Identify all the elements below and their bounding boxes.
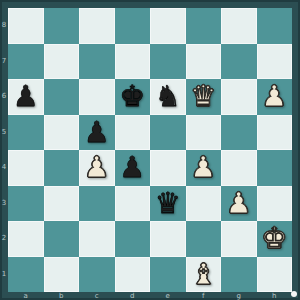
square-c5[interactable]: ♟: [79, 115, 115, 151]
square-e8[interactable]: [150, 8, 186, 44]
square-g2[interactable]: [221, 221, 257, 257]
square-c1[interactable]: [79, 257, 115, 293]
piece-white-queen[interactable]: ♛: [190, 82, 216, 111]
square-c3[interactable]: [79, 186, 115, 222]
file-label-a: a: [8, 292, 44, 300]
square-b8[interactable]: [44, 8, 80, 44]
square-b5[interactable]: [44, 115, 80, 151]
square-b6[interactable]: [44, 79, 80, 115]
square-b4[interactable]: [44, 150, 80, 186]
square-f1[interactable]: ♝: [186, 257, 222, 293]
square-a4[interactable]: [8, 150, 44, 186]
square-e7[interactable]: [150, 44, 186, 80]
square-a2[interactable]: [8, 221, 44, 257]
square-c2[interactable]: [79, 221, 115, 257]
file-label-g: g: [221, 292, 257, 300]
square-g6[interactable]: [221, 79, 257, 115]
piece-black-queen[interactable]: ♛: [155, 189, 181, 218]
square-f2[interactable]: [186, 221, 222, 257]
file-label-e: e: [150, 292, 186, 300]
chess-board: ♟♚♞♛♟♟♟♟♟♛♟♚♝: [8, 8, 292, 292]
rank-label-4: 4: [0, 150, 8, 186]
piece-white-pawn[interactable]: ♟: [190, 153, 216, 182]
square-d6[interactable]: ♚: [115, 79, 151, 115]
rank-label-8: 8: [0, 8, 8, 44]
square-c4[interactable]: ♟: [79, 150, 115, 186]
square-e5[interactable]: [150, 115, 186, 151]
square-h1[interactable]: [257, 257, 293, 293]
square-a5[interactable]: [8, 115, 44, 151]
square-d1[interactable]: [115, 257, 151, 293]
square-h8[interactable]: [257, 8, 293, 44]
square-g4[interactable]: [221, 150, 257, 186]
square-d5[interactable]: [115, 115, 151, 151]
piece-white-pawn[interactable]: ♟: [84, 153, 110, 182]
piece-black-knight[interactable]: ♞: [155, 82, 181, 111]
square-d7[interactable]: [115, 44, 151, 80]
rank-label-6: 6: [0, 79, 8, 115]
rank-label-3: 3: [0, 186, 8, 222]
piece-white-bishop[interactable]: ♝: [190, 260, 216, 289]
square-a7[interactable]: [8, 44, 44, 80]
square-e6[interactable]: ♞: [150, 79, 186, 115]
rank-label-1: 1: [0, 257, 8, 293]
square-f7[interactable]: [186, 44, 222, 80]
square-f6[interactable]: ♛: [186, 79, 222, 115]
square-a6[interactable]: ♟: [8, 79, 44, 115]
chess-board-frame: 87654321 ♟♚♞♛♟♟♟♟♟♛♟♚♝ abcdefgh: [0, 0, 300, 300]
rank-label-2: 2: [0, 221, 8, 257]
square-f5[interactable]: [186, 115, 222, 151]
square-h2[interactable]: ♚: [257, 221, 293, 257]
rank-label-5: 5: [0, 115, 8, 151]
square-d3[interactable]: [115, 186, 151, 222]
square-b1[interactable]: [44, 257, 80, 293]
square-g1[interactable]: [221, 257, 257, 293]
file-label-b: b: [44, 292, 80, 300]
square-b2[interactable]: [44, 221, 80, 257]
piece-white-king[interactable]: ♚: [261, 224, 287, 253]
square-f4[interactable]: ♟: [186, 150, 222, 186]
square-b3[interactable]: [44, 186, 80, 222]
square-h4[interactable]: [257, 150, 293, 186]
square-e1[interactable]: [150, 257, 186, 293]
square-g8[interactable]: [221, 8, 257, 44]
white-to-move-indicator: [291, 291, 297, 297]
square-g5[interactable]: [221, 115, 257, 151]
square-c6[interactable]: [79, 79, 115, 115]
piece-black-pawn[interactable]: ♟: [119, 153, 145, 182]
square-g3[interactable]: ♟: [221, 186, 257, 222]
file-label-f: f: [186, 292, 222, 300]
square-h7[interactable]: [257, 44, 293, 80]
piece-white-pawn[interactable]: ♟: [261, 82, 287, 111]
square-e3[interactable]: ♛: [150, 186, 186, 222]
square-h3[interactable]: [257, 186, 293, 222]
square-a8[interactable]: [8, 8, 44, 44]
piece-black-pawn[interactable]: ♟: [13, 82, 39, 111]
rank-labels: 87654321: [0, 8, 8, 292]
square-h6[interactable]: ♟: [257, 79, 293, 115]
square-d8[interactable]: [115, 8, 151, 44]
file-label-d: d: [115, 292, 151, 300]
square-e2[interactable]: [150, 221, 186, 257]
square-d4[interactable]: ♟: [115, 150, 151, 186]
square-a3[interactable]: [8, 186, 44, 222]
square-d2[interactable]: [115, 221, 151, 257]
square-f8[interactable]: [186, 8, 222, 44]
square-c7[interactable]: [79, 44, 115, 80]
file-label-h: h: [257, 292, 293, 300]
rank-label-7: 7: [0, 44, 8, 80]
square-b7[interactable]: [44, 44, 80, 80]
square-h5[interactable]: [257, 115, 293, 151]
square-f3[interactable]: [186, 186, 222, 222]
piece-black-pawn[interactable]: ♟: [84, 118, 110, 147]
file-labels: abcdefgh: [8, 292, 292, 300]
piece-white-pawn[interactable]: ♟: [226, 189, 252, 218]
square-a1[interactable]: [8, 257, 44, 293]
file-label-c: c: [79, 292, 115, 300]
piece-black-king[interactable]: ♚: [119, 82, 145, 111]
square-e4[interactable]: [150, 150, 186, 186]
square-g7[interactable]: [221, 44, 257, 80]
square-c8[interactable]: [79, 8, 115, 44]
